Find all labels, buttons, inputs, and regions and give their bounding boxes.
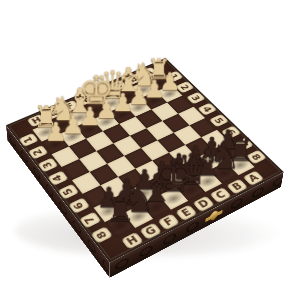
chessboard: HGFEDCBA1♜♞♝♚♛♝♞♜12♟♟♟♟♟♟♟♟2334455667♟♟♟…	[6, 58, 284, 263]
product-photo-stage: HGFEDCBA1♜♞♝♚♛♝♞♜12♟♟♟♟♟♟♟♟2334455667♟♟♟…	[0, 0, 300, 300]
black-rook[interactable]: ♜	[106, 193, 135, 226]
board-grid: HGFEDCBA1♜♞♝♚♛♝♞♜12♟♟♟♟♟♟♟♟2334455667♟♟♟…	[6, 58, 284, 263]
clasp-ornament-icon	[208, 211, 220, 221]
white-pawn[interactable]: ♟	[44, 119, 67, 145]
coordinate-plaque: 3	[186, 91, 205, 104]
folding-chess-box: HGFEDCBA1♜♞♝♚♛♝♞♜12♟♟♟♟♟♟♟♟2334455667♟♟♟…	[6, 58, 284, 263]
scene: HGFEDCBA1♜♞♝♚♛♝♞♜12♟♟♟♟♟♟♟♟2334455667♟♟♟…	[0, 0, 300, 300]
